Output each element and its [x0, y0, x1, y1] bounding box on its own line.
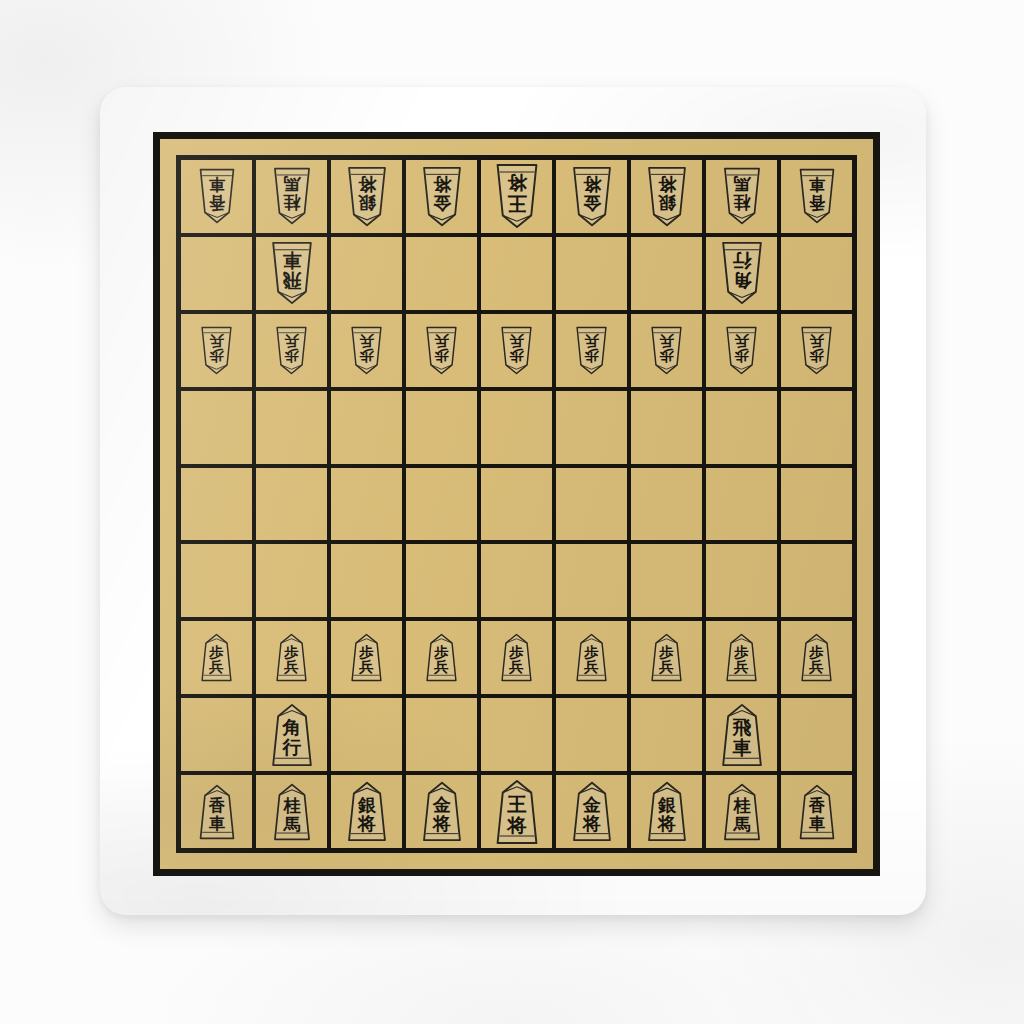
shogi-piece-knight-sente: 桂馬 [270, 783, 314, 841]
svg-text:将: 将 [431, 813, 451, 834]
square-53: 歩兵 [481, 314, 552, 387]
svg-text:兵: 兵 [583, 659, 598, 676]
svg-text:兵: 兵 [284, 332, 299, 349]
square-24 [706, 391, 777, 464]
shogi-piece-lance-sente: 香車 [796, 784, 838, 840]
square-23: 歩兵 [706, 314, 777, 387]
square-12 [781, 237, 852, 310]
square-43: 歩兵 [556, 314, 627, 387]
square-18 [781, 698, 852, 771]
shogi-piece-silver-sente: 銀将 [344, 781, 390, 842]
square-25 [706, 468, 777, 541]
square-58 [481, 698, 552, 771]
shogi-piece-knight-sente: 桂馬 [720, 783, 764, 841]
svg-text:行: 行 [732, 250, 752, 272]
svg-text:将: 将 [357, 174, 377, 195]
shogi-piece-knight-gote: 桂馬 [270, 167, 314, 225]
square-14 [781, 391, 852, 464]
svg-text:歩: 歩 [434, 348, 450, 365]
svg-text:王: 王 [506, 192, 527, 215]
square-71: 銀将 [331, 160, 402, 233]
square-11: 香車 [781, 160, 852, 233]
square-62 [406, 237, 477, 310]
square-21: 桂馬 [706, 160, 777, 233]
square-33: 歩兵 [631, 314, 702, 387]
svg-text:兵: 兵 [733, 659, 748, 676]
svg-text:兵: 兵 [433, 659, 448, 676]
svg-text:歩: 歩 [209, 348, 225, 365]
svg-text:兵: 兵 [734, 332, 749, 349]
square-37: 歩兵 [631, 621, 702, 694]
square-97: 歩兵 [181, 621, 252, 694]
shogi-board: 香車桂馬銀将金将王将金将銀将桂馬香車飛車角行歩兵歩兵歩兵歩兵歩兵歩兵歩兵歩兵歩兵… [176, 155, 857, 853]
square-76 [331, 544, 402, 617]
square-46 [556, 544, 627, 617]
square-29: 桂馬 [706, 775, 777, 848]
svg-text:馬: 馬 [282, 813, 300, 833]
svg-text:兵: 兵 [658, 659, 673, 676]
svg-text:歩: 歩 [283, 643, 299, 660]
square-78 [331, 698, 402, 771]
square-63: 歩兵 [406, 314, 477, 387]
svg-text:車: 車 [808, 175, 825, 194]
shogi-piece-rook-sente: 飛車 [718, 703, 766, 767]
shogi-piece-bishop-gote: 角行 [718, 241, 766, 305]
svg-text:将: 将 [656, 813, 676, 834]
svg-text:兵: 兵 [809, 332, 824, 349]
svg-text:歩: 歩 [509, 348, 525, 365]
shogi-piece-pawn-sente: 歩兵 [573, 633, 610, 682]
shogi-piece-lance-gote: 香車 [196, 168, 238, 224]
square-93: 歩兵 [181, 314, 252, 387]
square-94 [181, 391, 252, 464]
svg-text:行: 行 [281, 736, 301, 758]
square-69: 金将 [406, 775, 477, 848]
square-73: 歩兵 [331, 314, 402, 387]
square-95 [181, 468, 252, 541]
shogi-piece-knight-gote: 桂馬 [720, 167, 764, 225]
square-96 [181, 544, 252, 617]
svg-text:馬: 馬 [733, 175, 751, 195]
square-77: 歩兵 [331, 621, 402, 694]
square-17: 歩兵 [781, 621, 852, 694]
svg-text:飛: 飛 [282, 270, 302, 292]
svg-text:兵: 兵 [508, 659, 523, 676]
svg-text:歩: 歩 [733, 643, 749, 660]
svg-text:香: 香 [807, 796, 825, 815]
svg-text:兵: 兵 [208, 659, 223, 676]
svg-text:将: 将 [506, 171, 527, 194]
svg-text:歩: 歩 [359, 348, 375, 365]
bandana-fabric: 香車桂馬銀将金将王将金将銀将桂馬香車飛車角行歩兵歩兵歩兵歩兵歩兵歩兵歩兵歩兵歩兵… [100, 87, 926, 915]
square-31: 銀将 [631, 160, 702, 233]
svg-text:車: 車 [208, 175, 225, 194]
shogi-piece-pawn-sente: 歩兵 [798, 633, 835, 682]
shogi-piece-gold-gote: 金将 [569, 166, 615, 227]
shogi-piece-pawn-sente: 歩兵 [498, 633, 535, 682]
square-91: 香車 [181, 160, 252, 233]
svg-text:香: 香 [208, 193, 226, 212]
shogi-board-print: 香車桂馬銀将金将王将金将銀将桂馬香車飛車角行歩兵歩兵歩兵歩兵歩兵歩兵歩兵歩兵歩兵… [153, 132, 880, 876]
shogi-piece-king-sente: 王将 [492, 779, 542, 845]
shogi-piece-pawn-gote: 歩兵 [498, 326, 535, 375]
shogi-piece-pawn-gote: 歩兵 [198, 326, 235, 375]
shogi-piece-pawn-sente: 歩兵 [198, 633, 235, 682]
svg-text:歩: 歩 [358, 643, 374, 660]
svg-text:銀: 銀 [356, 193, 376, 214]
svg-text:兵: 兵 [434, 332, 449, 349]
svg-text:金: 金 [582, 794, 601, 815]
shogi-piece-gold-sente: 金将 [419, 781, 465, 842]
svg-text:桂: 桂 [282, 795, 301, 815]
square-88: 角行 [256, 698, 327, 771]
shogi-piece-pawn-gote: 歩兵 [573, 326, 610, 375]
square-68 [406, 698, 477, 771]
svg-text:兵: 兵 [509, 332, 524, 349]
square-84 [256, 391, 327, 464]
svg-text:歩: 歩 [284, 348, 300, 365]
shogi-piece-pawn-gote: 歩兵 [348, 326, 385, 375]
square-92 [181, 237, 252, 310]
shogi-piece-rook-gote: 飛車 [268, 241, 316, 305]
square-22: 角行 [706, 237, 777, 310]
svg-text:馬: 馬 [732, 813, 750, 833]
shogi-piece-pawn-sente: 歩兵 [648, 633, 685, 682]
svg-text:歩: 歩 [583, 643, 599, 660]
square-87: 歩兵 [256, 621, 327, 694]
square-89: 桂馬 [256, 775, 327, 848]
svg-text:歩: 歩 [658, 643, 674, 660]
square-27: 歩兵 [706, 621, 777, 694]
shogi-piece-gold-gote: 金将 [419, 166, 465, 227]
svg-text:銀: 銀 [357, 794, 377, 815]
square-66 [406, 544, 477, 617]
svg-text:歩: 歩 [809, 348, 825, 365]
square-48 [556, 698, 627, 771]
svg-text:兵: 兵 [659, 332, 674, 349]
svg-text:歩: 歩 [208, 643, 224, 660]
svg-text:将: 将 [432, 174, 452, 195]
svg-text:車: 車 [731, 736, 751, 758]
square-36 [631, 544, 702, 617]
svg-text:兵: 兵 [584, 332, 599, 349]
svg-text:桂: 桂 [732, 193, 751, 213]
svg-text:香: 香 [207, 796, 225, 815]
svg-text:車: 車 [208, 814, 225, 833]
shogi-piece-silver-gote: 銀将 [644, 166, 690, 227]
shogi-piece-pawn-gote: 歩兵 [723, 326, 760, 375]
svg-text:歩: 歩 [808, 643, 824, 660]
shogi-piece-silver-gote: 銀将 [344, 166, 390, 227]
svg-text:将: 将 [582, 174, 602, 195]
svg-text:歩: 歩 [659, 348, 675, 365]
shogi-piece-pawn-sente: 歩兵 [273, 633, 310, 682]
square-28: 飛車 [706, 698, 777, 771]
square-56 [481, 544, 552, 617]
shogi-piece-pawn-gote: 歩兵 [648, 326, 685, 375]
svg-text:兵: 兵 [358, 659, 373, 676]
svg-text:将: 将 [581, 813, 601, 834]
shogi-piece-pawn-gote: 歩兵 [423, 326, 460, 375]
shogi-piece-pawn-sente: 歩兵 [723, 633, 760, 682]
square-67: 歩兵 [406, 621, 477, 694]
square-15 [781, 468, 852, 541]
svg-text:将: 将 [356, 813, 376, 834]
square-79: 銀将 [331, 775, 402, 848]
square-16 [781, 544, 852, 617]
square-51: 王将 [481, 160, 552, 233]
svg-text:兵: 兵 [283, 659, 298, 676]
square-34 [631, 391, 702, 464]
square-57: 歩兵 [481, 621, 552, 694]
square-41: 金将 [556, 160, 627, 233]
svg-text:車: 車 [808, 814, 825, 833]
square-44 [556, 391, 627, 464]
svg-text:王: 王 [506, 793, 527, 816]
shogi-piece-king-gote: 王将 [492, 163, 542, 229]
square-49: 金将 [556, 775, 627, 848]
square-99: 香車 [181, 775, 252, 848]
square-26 [706, 544, 777, 617]
svg-text:角: 角 [281, 716, 301, 738]
shogi-piece-silver-sente: 銀将 [644, 781, 690, 842]
square-75 [331, 468, 402, 541]
shogi-piece-pawn-sente: 歩兵 [348, 633, 385, 682]
square-85 [256, 468, 327, 541]
square-55 [481, 468, 552, 541]
square-72 [331, 237, 402, 310]
square-83: 歩兵 [256, 314, 327, 387]
svg-text:馬: 馬 [283, 175, 301, 195]
square-86 [256, 544, 327, 617]
square-65 [406, 468, 477, 541]
svg-text:桂: 桂 [282, 193, 301, 213]
square-39: 銀将 [631, 775, 702, 848]
svg-text:兵: 兵 [359, 332, 374, 349]
svg-text:飛: 飛 [731, 716, 751, 738]
svg-text:銀: 銀 [656, 193, 676, 214]
svg-text:兵: 兵 [808, 659, 823, 676]
shogi-piece-lance-sente: 香車 [196, 784, 238, 840]
svg-text:車: 車 [282, 250, 302, 272]
svg-text:金: 金 [432, 794, 451, 815]
shogi-piece-pawn-gote: 歩兵 [273, 326, 310, 375]
square-98 [181, 698, 252, 771]
svg-text:桂: 桂 [732, 795, 751, 815]
svg-text:将: 将 [506, 814, 527, 837]
svg-text:歩: 歩 [734, 348, 750, 365]
shogi-piece-gold-sente: 金将 [569, 781, 615, 842]
shogi-piece-lance-gote: 香車 [796, 168, 838, 224]
svg-text:歩: 歩 [508, 643, 524, 660]
square-35 [631, 468, 702, 541]
square-13: 歩兵 [781, 314, 852, 387]
svg-text:兵: 兵 [209, 332, 224, 349]
square-61: 金将 [406, 160, 477, 233]
shogi-piece-pawn-sente: 歩兵 [423, 633, 460, 682]
square-59: 王将 [481, 775, 552, 848]
svg-text:歩: 歩 [433, 643, 449, 660]
square-81: 桂馬 [256, 160, 327, 233]
svg-text:銀: 銀 [657, 794, 677, 815]
square-52 [481, 237, 552, 310]
square-45 [556, 468, 627, 541]
square-47: 歩兵 [556, 621, 627, 694]
square-32 [631, 237, 702, 310]
square-38 [631, 698, 702, 771]
svg-text:金: 金 [432, 193, 451, 214]
square-42 [556, 237, 627, 310]
svg-text:将: 将 [657, 174, 677, 195]
square-19: 香車 [781, 775, 852, 848]
shogi-piece-bishop-sente: 角行 [268, 703, 316, 767]
shogi-piece-pawn-gote: 歩兵 [798, 326, 835, 375]
svg-text:角: 角 [732, 270, 752, 292]
svg-text:金: 金 [582, 193, 601, 214]
square-64 [406, 391, 477, 464]
square-54 [481, 391, 552, 464]
svg-text:歩: 歩 [584, 348, 600, 365]
svg-text:香: 香 [808, 193, 826, 212]
square-82: 飛車 [256, 237, 327, 310]
square-74 [331, 391, 402, 464]
